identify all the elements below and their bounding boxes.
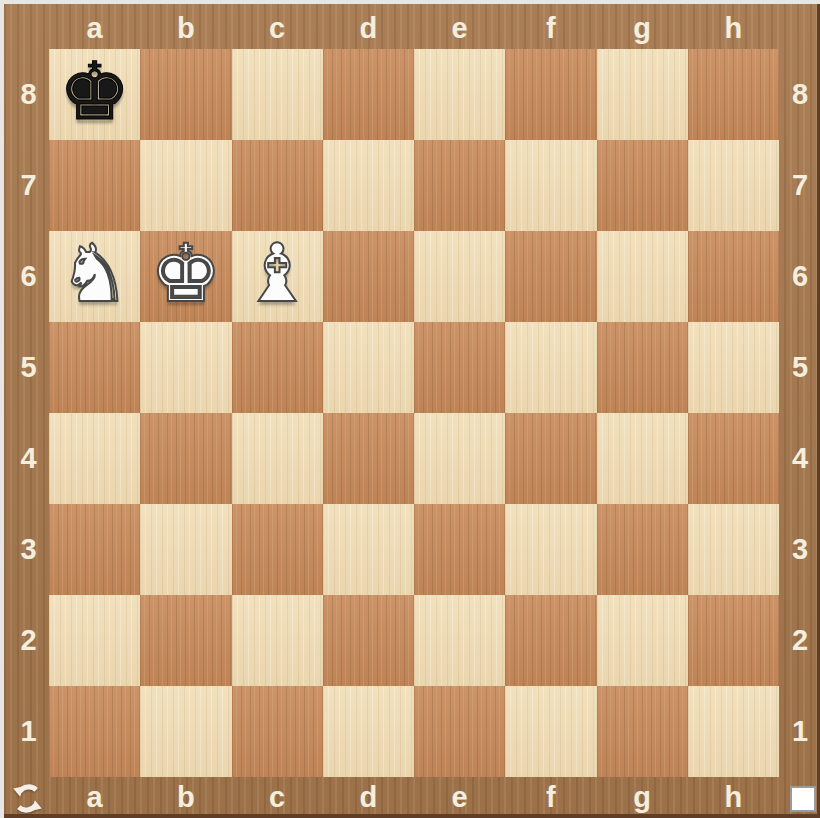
file-label-c: c xyxy=(232,8,323,49)
square-d5[interactable] xyxy=(323,322,414,413)
square-e7[interactable] xyxy=(414,140,505,231)
square-c8[interactable] xyxy=(232,49,323,140)
square-e3[interactable] xyxy=(414,504,505,595)
square-b3[interactable] xyxy=(140,504,231,595)
square-e6[interactable] xyxy=(414,231,505,322)
square-c1[interactable] xyxy=(232,686,323,777)
piece-white-king[interactable]: ♚ xyxy=(150,234,222,314)
file-label-h: h xyxy=(688,8,779,49)
file-label-b: b xyxy=(140,777,231,818)
square-f4[interactable] xyxy=(505,413,596,504)
square-g2[interactable] xyxy=(597,595,688,686)
rank-label-1: 1 xyxy=(779,686,820,777)
rank-label-7: 7 xyxy=(779,140,820,231)
rank-label-7: 7 xyxy=(8,140,49,231)
square-b4[interactable] xyxy=(140,413,231,504)
file-labels-bottom: abcdefgh xyxy=(49,777,779,818)
square-c6[interactable]: ♝ xyxy=(232,231,323,322)
square-c4[interactable] xyxy=(232,413,323,504)
white-to-move-indicator xyxy=(790,786,816,812)
square-h2[interactable] xyxy=(688,595,779,686)
file-label-c: c xyxy=(232,777,323,818)
square-a4[interactable] xyxy=(49,413,140,504)
square-d2[interactable] xyxy=(323,595,414,686)
file-label-f: f xyxy=(505,8,596,49)
file-label-d: d xyxy=(323,777,414,818)
square-g6[interactable] xyxy=(597,231,688,322)
square-b7[interactable] xyxy=(140,140,231,231)
rank-label-2: 2 xyxy=(8,595,49,686)
square-d6[interactable] xyxy=(323,231,414,322)
square-f1[interactable] xyxy=(505,686,596,777)
square-b6[interactable]: ♚ xyxy=(140,231,231,322)
square-d1[interactable] xyxy=(323,686,414,777)
file-labels-top: abcdefgh xyxy=(49,8,779,49)
square-h8[interactable] xyxy=(688,49,779,140)
square-d7[interactable] xyxy=(323,140,414,231)
piece-white-knight[interactable]: ♞ xyxy=(59,234,131,314)
rank-label-5: 5 xyxy=(8,322,49,413)
square-g7[interactable] xyxy=(597,140,688,231)
rank-labels-right: 87654321 xyxy=(779,49,820,777)
rank-labels-left: 87654321 xyxy=(8,49,49,777)
rank-label-4: 4 xyxy=(779,413,820,504)
square-c5[interactable] xyxy=(232,322,323,413)
file-label-g: g xyxy=(597,8,688,49)
square-e8[interactable] xyxy=(414,49,505,140)
square-a1[interactable] xyxy=(49,686,140,777)
piece-black-king[interactable]: ♚ xyxy=(59,52,131,132)
rank-label-3: 3 xyxy=(779,504,820,595)
chessboard-app: abcdefgh abcdefgh 87654321 87654321 ♚♞♚♝ xyxy=(0,0,820,818)
file-label-b: b xyxy=(140,8,231,49)
square-d3[interactable] xyxy=(323,504,414,595)
square-g5[interactable] xyxy=(597,322,688,413)
square-a6[interactable]: ♞ xyxy=(49,231,140,322)
file-label-a: a xyxy=(49,8,140,49)
square-e5[interactable] xyxy=(414,322,505,413)
piece-white-bishop[interactable]: ♝ xyxy=(241,234,313,314)
square-a2[interactable] xyxy=(49,595,140,686)
file-label-e: e xyxy=(414,8,505,49)
square-e2[interactable] xyxy=(414,595,505,686)
rank-label-4: 4 xyxy=(8,413,49,504)
square-a7[interactable] xyxy=(49,140,140,231)
square-a3[interactable] xyxy=(49,504,140,595)
square-a5[interactable] xyxy=(49,322,140,413)
square-g1[interactable] xyxy=(597,686,688,777)
square-f5[interactable] xyxy=(505,322,596,413)
rank-label-8: 8 xyxy=(779,49,820,140)
square-b1[interactable] xyxy=(140,686,231,777)
file-label-f: f xyxy=(505,777,596,818)
square-b5[interactable] xyxy=(140,322,231,413)
square-b2[interactable] xyxy=(140,595,231,686)
square-c2[interactable] xyxy=(232,595,323,686)
square-c7[interactable] xyxy=(232,140,323,231)
file-label-e: e xyxy=(414,777,505,818)
rank-label-5: 5 xyxy=(779,322,820,413)
square-h3[interactable] xyxy=(688,504,779,595)
square-h5[interactable] xyxy=(688,322,779,413)
square-f2[interactable] xyxy=(505,595,596,686)
flip-board-icon xyxy=(11,782,44,815)
rank-label-8: 8 xyxy=(8,49,49,140)
square-b8[interactable] xyxy=(140,49,231,140)
square-e1[interactable] xyxy=(414,686,505,777)
square-h7[interactable] xyxy=(688,140,779,231)
rank-label-6: 6 xyxy=(8,231,49,322)
square-d4[interactable] xyxy=(323,413,414,504)
square-h1[interactable] xyxy=(688,686,779,777)
file-label-h: h xyxy=(688,777,779,818)
square-h4[interactable] xyxy=(688,413,779,504)
square-h6[interactable] xyxy=(688,231,779,322)
rank-label-2: 2 xyxy=(779,595,820,686)
file-label-a: a xyxy=(49,777,140,818)
square-f3[interactable] xyxy=(505,504,596,595)
board-squares: ♚♞♚♝ xyxy=(49,49,779,777)
square-c3[interactable] xyxy=(232,504,323,595)
rank-label-3: 3 xyxy=(8,504,49,595)
board-frame: abcdefgh abcdefgh 87654321 87654321 ♚♞♚♝ xyxy=(4,4,820,818)
rank-label-6: 6 xyxy=(779,231,820,322)
square-a8[interactable]: ♚ xyxy=(49,49,140,140)
rank-label-1: 1 xyxy=(8,686,49,777)
file-label-g: g xyxy=(597,777,688,818)
square-f6[interactable] xyxy=(505,231,596,322)
square-e4[interactable] xyxy=(414,413,505,504)
file-label-d: d xyxy=(323,8,414,49)
square-f8[interactable] xyxy=(505,49,596,140)
square-g8[interactable] xyxy=(597,49,688,140)
flip-board-button[interactable] xyxy=(11,782,44,815)
square-f7[interactable] xyxy=(505,140,596,231)
square-d8[interactable] xyxy=(323,49,414,140)
square-g3[interactable] xyxy=(597,504,688,595)
square-g4[interactable] xyxy=(597,413,688,504)
